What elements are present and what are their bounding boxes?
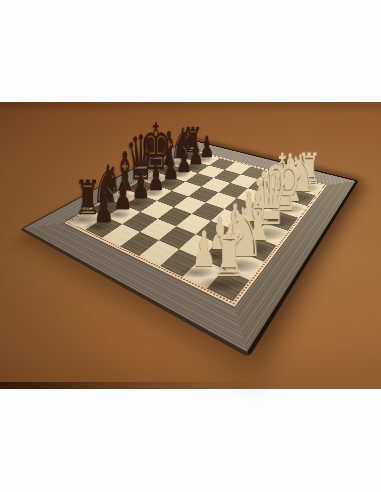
photo-canvas: ♜♟♞♟♝♟♚♟♟♛♜♟♟♝♞♟♟♞♝♟♟♜♚♟♟♛♟♝♟♞♟♜ — [0, 0, 381, 492]
